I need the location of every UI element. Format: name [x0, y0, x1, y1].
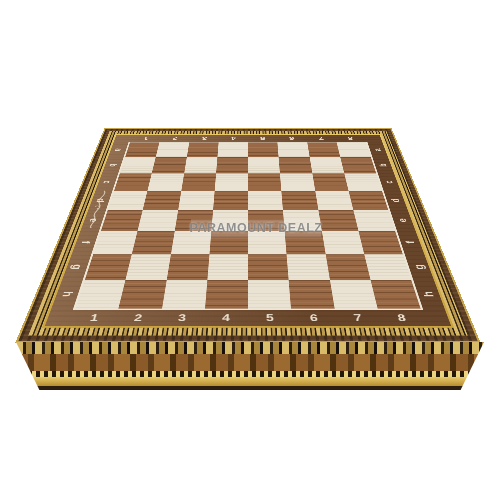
- square: [248, 280, 291, 309]
- square: [184, 157, 217, 173]
- square: [213, 191, 248, 210]
- coordinate-label: g: [397, 260, 441, 273]
- front-gold-band: [16, 377, 484, 386]
- coordinate-label: d: [377, 195, 415, 205]
- watermark-text: PARAMOUNT DEALZ: [191, 219, 321, 237]
- coordinate-label: 1: [130, 135, 161, 142]
- coordinate-label: h: [405, 287, 452, 302]
- square: [325, 254, 370, 280]
- square: [248, 191, 283, 210]
- square: [248, 157, 280, 173]
- square: [312, 173, 348, 190]
- front-carved-gold-strip: [16, 342, 484, 354]
- coordinate-label: 5: [248, 310, 293, 326]
- coordinate-label: 7: [335, 310, 382, 326]
- coordinate-label: 8: [378, 310, 427, 326]
- square: [280, 173, 315, 190]
- square: [119, 280, 167, 309]
- square: [207, 254, 248, 280]
- coordinate-label: 4: [219, 135, 248, 142]
- square: [289, 280, 335, 309]
- coordinate-label: 8: [335, 135, 366, 142]
- coordinate-label: c: [371, 178, 407, 187]
- coordinate-label: 6: [277, 135, 307, 142]
- square: [205, 280, 248, 309]
- front-bottom-edge: [16, 386, 484, 390]
- coordinate-label: 6: [291, 310, 337, 326]
- coordinate-label: 5: [248, 135, 277, 142]
- coordinate-label: a: [102, 146, 135, 153]
- square: [216, 157, 248, 173]
- coordinate-label: f: [390, 236, 432, 248]
- square: [132, 231, 174, 254]
- coordinate-label: h: [44, 287, 91, 302]
- square: [248, 173, 281, 190]
- square: [278, 142, 310, 157]
- square: [309, 157, 344, 173]
- coordinate-label: 2: [114, 310, 161, 326]
- square: [322, 231, 364, 254]
- coordinate-label: 7: [306, 135, 337, 142]
- coordinate-label: 2: [160, 135, 191, 142]
- square: [143, 191, 181, 210]
- coordinate-label: 1: [70, 310, 119, 326]
- coordinate-label: 3: [189, 135, 219, 142]
- square: [315, 191, 353, 210]
- square: [281, 191, 318, 210]
- square: [187, 142, 219, 157]
- square: [162, 280, 208, 309]
- square: [248, 142, 279, 157]
- square: [152, 157, 187, 173]
- square: [318, 210, 358, 231]
- coordinate-label: 3: [159, 310, 205, 326]
- coordinate-label: b: [366, 161, 400, 169]
- square: [217, 142, 248, 157]
- square: [166, 254, 209, 280]
- coordinate-label: g: [55, 260, 99, 273]
- square: [248, 254, 289, 280]
- square: [181, 173, 216, 190]
- board-front-edge: [16, 342, 484, 390]
- square: [215, 173, 248, 190]
- square: [148, 173, 184, 190]
- square: [126, 254, 171, 280]
- coordinate-label: b: [96, 161, 130, 169]
- coordinate-label: f: [65, 236, 107, 248]
- square: [138, 210, 178, 231]
- coordinate-label: c: [89, 178, 125, 187]
- square: [156, 142, 189, 157]
- product-photo: 12345678 12345678 abcdefgh abcdefgh PARA…: [0, 0, 500, 500]
- front-wood-band: [16, 354, 484, 371]
- square: [307, 142, 340, 157]
- coordinate-label: a: [361, 146, 394, 153]
- square: [330, 280, 378, 309]
- coordinate-label: 4: [203, 310, 248, 326]
- square: [279, 157, 312, 173]
- coordinate-label: e: [383, 215, 423, 226]
- far-edge-labels: 12345678: [130, 135, 366, 142]
- square: [178, 191, 215, 210]
- square: [287, 254, 330, 280]
- near-edge-labels: 12345678: [70, 310, 427, 326]
